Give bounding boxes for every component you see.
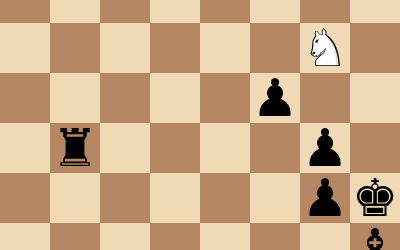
bishop-glyph: ♝ [350,223,400,250]
square-b5[interactable] [50,73,100,123]
square-g2[interactable] [300,223,350,250]
knight-outline-layer: ♘ [300,23,350,73]
black-rook-piece[interactable]: ♜ [50,123,100,173]
square-b3[interactable] [50,173,100,223]
square-f7[interactable] [250,0,300,23]
square-c5[interactable] [100,73,150,123]
square-b6[interactable] [50,23,100,73]
square-e6[interactable] [200,23,250,73]
square-a4[interactable] [0,123,50,173]
square-d3[interactable] [150,173,200,223]
black-bishop-piece[interactable]: ♝ [350,223,400,250]
square-a3[interactable] [0,173,50,223]
square-e7[interactable] [200,0,250,23]
square-b2[interactable] [50,223,100,250]
black-pawn-piece[interactable]: ♟ [300,173,350,223]
square-c2[interactable] [100,223,150,250]
black-king-piece[interactable]: ♚ [350,173,400,223]
square-e2[interactable] [200,223,250,250]
square-d7[interactable] [150,0,200,23]
square-g6[interactable]: ♞♘ [300,23,350,73]
square-c4[interactable] [100,123,150,173]
square-h5[interactable] [350,73,400,123]
square-f3[interactable] [250,173,300,223]
square-b7[interactable] [50,0,100,23]
square-h2[interactable]: ♝ [350,223,400,250]
square-c7[interactable] [100,0,150,23]
square-c3[interactable] [100,173,150,223]
square-a2[interactable] [0,223,50,250]
square-h7[interactable] [350,0,400,23]
square-d6[interactable] [150,23,200,73]
square-f2[interactable] [250,223,300,250]
square-e5[interactable] [200,73,250,123]
square-h4[interactable] [350,123,400,173]
square-f6[interactable] [250,23,300,73]
black-pawn-piece[interactable]: ♟ [250,73,300,123]
square-h6[interactable] [350,23,400,73]
square-g3[interactable]: ♟ [300,173,350,223]
square-a7[interactable] [0,0,50,23]
square-c6[interactable] [100,23,150,73]
pawn-glyph: ♟ [300,123,350,173]
square-h3[interactable]: ♚ [350,173,400,223]
square-e4[interactable] [200,123,250,173]
pawn-glyph: ♟ [250,73,300,123]
square-g5[interactable] [300,73,350,123]
rook-glyph: ♜ [50,123,100,173]
square-a6[interactable] [0,23,50,73]
square-d2[interactable] [150,223,200,250]
square-d4[interactable] [150,123,200,173]
pawn-glyph: ♟ [300,173,350,223]
chess-board: ♞♘♟♜♟♟♚♝ [0,0,400,250]
black-pawn-piece[interactable]: ♟ [300,123,350,173]
square-g4[interactable]: ♟ [300,123,350,173]
board-viewport: ♞♘♟♜♟♟♚♝ [0,0,400,250]
square-f5[interactable]: ♟ [250,73,300,123]
king-glyph: ♚ [350,173,400,223]
square-f4[interactable] [250,123,300,173]
square-b4[interactable]: ♜ [50,123,100,173]
square-e3[interactable] [200,173,250,223]
square-a5[interactable] [0,73,50,123]
square-d5[interactable] [150,73,200,123]
white-knight-piece[interactable]: ♞♘ [300,23,350,73]
